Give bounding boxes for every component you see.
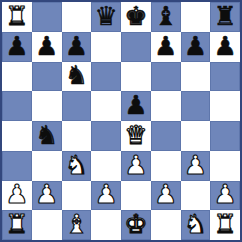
piece-black-queen[interactable]: ♛ (94, 3, 117, 29)
square-c7[interactable]: ♟ (62, 32, 92, 62)
piece-black-pawn[interactable]: ♟ (184, 33, 207, 59)
square-f6[interactable] (151, 62, 181, 92)
square-h2[interactable]: ♟ (210, 181, 240, 211)
piece-black-pawn[interactable]: ♟ (65, 33, 88, 59)
square-a5[interactable] (2, 91, 32, 121)
square-b1[interactable] (32, 210, 62, 240)
square-b5[interactable] (32, 91, 62, 121)
square-g3[interactable]: ♟ (181, 151, 211, 181)
square-a6[interactable] (2, 62, 32, 92)
square-g7[interactable]: ♟ (181, 32, 211, 62)
square-b2[interactable]: ♟ (32, 181, 62, 211)
piece-black-knight[interactable]: ♞ (65, 62, 88, 88)
square-a8[interactable]: ♜ (2, 2, 32, 32)
piece-black-pawn[interactable]: ♟ (154, 33, 177, 59)
square-h4[interactable] (210, 121, 240, 151)
piece-black-bishop[interactable]: ♝ (154, 3, 177, 29)
piece-white-pawn[interactable]: ♟ (5, 181, 28, 207)
square-c2[interactable] (62, 181, 92, 211)
square-c6[interactable]: ♞ (62, 62, 92, 92)
piece-white-knight[interactable]: ♞ (184, 211, 207, 237)
square-a1[interactable]: ♜ (2, 210, 32, 240)
square-d7[interactable] (91, 32, 121, 62)
square-b6[interactable] (32, 62, 62, 92)
square-h7[interactable]: ♟ (210, 32, 240, 62)
square-h5[interactable] (210, 91, 240, 121)
square-c1[interactable]: ♝ (62, 210, 92, 240)
square-f4[interactable] (151, 121, 181, 151)
square-b3[interactable] (32, 151, 62, 181)
square-h1[interactable]: ♜ (210, 210, 240, 240)
square-c8[interactable] (62, 2, 92, 32)
square-d2[interactable]: ♟ (91, 181, 121, 211)
square-b7[interactable]: ♟ (32, 32, 62, 62)
square-e7[interactable] (121, 32, 151, 62)
piece-white-rook[interactable]: ♜ (5, 211, 28, 237)
piece-black-king[interactable]: ♚ (124, 3, 147, 29)
square-d5[interactable] (91, 91, 121, 121)
piece-white-king[interactable]: ♚ (124, 211, 147, 237)
chess-board-frame: ♜♛♚♝♜♟♟♟♟♟♟♞♟♞♛♞♟♟♟♟♟♟♟♜♝♚♞♜ (0, 0, 242, 242)
square-d8[interactable]: ♛ (91, 2, 121, 32)
piece-white-pawn[interactable]: ♟ (35, 181, 58, 207)
square-e5[interactable]: ♟ (121, 91, 151, 121)
piece-black-pawn[interactable]: ♟ (213, 33, 236, 59)
square-g5[interactable] (181, 91, 211, 121)
square-c3[interactable]: ♞ (62, 151, 92, 181)
square-b4[interactable]: ♞ (32, 121, 62, 151)
piece-white-pawn[interactable]: ♟ (213, 181, 236, 207)
square-a2[interactable]: ♟ (2, 181, 32, 211)
square-g2[interactable] (181, 181, 211, 211)
square-e4[interactable]: ♛ (121, 121, 151, 151)
square-f2[interactable]: ♟ (151, 181, 181, 211)
square-e2[interactable] (121, 181, 151, 211)
square-f7[interactable]: ♟ (151, 32, 181, 62)
piece-white-pawn[interactable]: ♟ (124, 152, 147, 178)
chess-board: ♜♛♚♝♜♟♟♟♟♟♟♞♟♞♛♞♟♟♟♟♟♟♟♜♝♚♞♜ (2, 2, 240, 240)
square-d1[interactable] (91, 210, 121, 240)
piece-black-pawn[interactable]: ♟ (5, 33, 28, 59)
square-e3[interactable]: ♟ (121, 151, 151, 181)
piece-white-queen[interactable]: ♛ (124, 122, 147, 148)
piece-white-pawn[interactable]: ♟ (154, 181, 177, 207)
square-d4[interactable] (91, 121, 121, 151)
square-h3[interactable] (210, 151, 240, 181)
piece-white-pawn[interactable]: ♟ (184, 152, 207, 178)
piece-white-rook[interactable]: ♜ (5, 3, 28, 29)
square-e8[interactable]: ♚ (121, 2, 151, 32)
piece-white-rook[interactable]: ♜ (213, 211, 236, 237)
piece-black-pawn[interactable]: ♟ (124, 92, 147, 118)
square-d6[interactable] (91, 62, 121, 92)
piece-black-pawn[interactable]: ♟ (35, 33, 58, 59)
square-g8[interactable] (181, 2, 211, 32)
piece-black-rook[interactable]: ♜ (213, 3, 236, 29)
square-g6[interactable] (181, 62, 211, 92)
piece-black-knight[interactable]: ♞ (35, 122, 58, 148)
square-b8[interactable] (32, 2, 62, 32)
square-c4[interactable] (62, 121, 92, 151)
piece-white-knight[interactable]: ♞ (65, 152, 88, 178)
square-c5[interactable] (62, 91, 92, 121)
square-f5[interactable] (151, 91, 181, 121)
square-a3[interactable] (2, 151, 32, 181)
square-f8[interactable]: ♝ (151, 2, 181, 32)
piece-white-pawn[interactable]: ♟ (94, 181, 117, 207)
square-g4[interactable] (181, 121, 211, 151)
square-e6[interactable] (121, 62, 151, 92)
square-d3[interactable] (91, 151, 121, 181)
square-g1[interactable]: ♞ (181, 210, 211, 240)
piece-white-bishop[interactable]: ♝ (65, 211, 88, 237)
square-a7[interactable]: ♟ (2, 32, 32, 62)
square-f1[interactable] (151, 210, 181, 240)
square-h6[interactable] (210, 62, 240, 92)
square-f3[interactable] (151, 151, 181, 181)
square-h8[interactable]: ♜ (210, 2, 240, 32)
square-e1[interactable]: ♚ (121, 210, 151, 240)
square-a4[interactable] (2, 121, 32, 151)
